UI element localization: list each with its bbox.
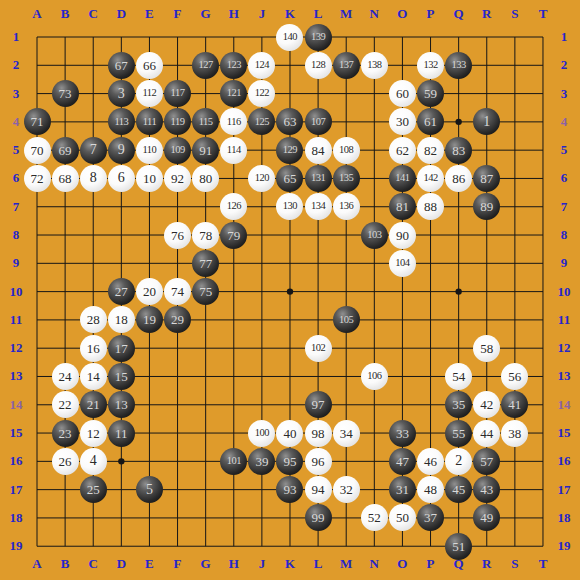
col-label-bottom-H: H: [229, 556, 239, 572]
stone-F5: 109: [164, 137, 191, 164]
stone-E5: 110: [136, 137, 163, 164]
row-label-right-7: 7: [561, 199, 568, 215]
stone-M15: 34: [333, 420, 360, 447]
row-label-left-12: 12: [10, 340, 23, 356]
col-label-top-T: T: [539, 6, 548, 22]
stone-L2: 128: [305, 52, 332, 79]
stone-G8: 78: [192, 222, 219, 249]
stone-C11: 28: [80, 306, 107, 333]
stone-R15: 44: [473, 420, 500, 447]
stone-G9: 77: [192, 250, 219, 277]
col-label-top-H: H: [229, 6, 239, 22]
stone-L4: 107: [305, 108, 332, 135]
col-label-top-M: M: [340, 6, 352, 22]
stone-L12: 102: [305, 335, 332, 362]
col-label-top-E: E: [145, 6, 154, 22]
stone-O5: 62: [389, 137, 416, 164]
row-label-right-1: 1: [561, 29, 568, 45]
col-label-bottom-E: E: [145, 556, 154, 572]
stone-C16: 4: [80, 448, 107, 475]
stone-K15: 40: [276, 420, 303, 447]
stone-F10: 74: [164, 278, 191, 305]
row-label-right-14: 14: [558, 397, 571, 413]
stone-F3: 117: [164, 80, 191, 107]
row-label-right-17: 17: [558, 482, 571, 498]
row-label-right-15: 15: [558, 425, 571, 441]
stone-D2: 67: [108, 52, 135, 79]
stone-H5: 114: [220, 137, 247, 164]
col-label-top-Q: Q: [454, 6, 464, 22]
stone-P3: 59: [417, 80, 444, 107]
stone-M2: 137: [333, 52, 360, 79]
stone-L5: 84: [305, 137, 332, 164]
stone-Q5: 83: [445, 137, 472, 164]
star-point-Q4: [455, 119, 461, 125]
row-label-left-9: 9: [13, 255, 20, 271]
col-label-bottom-B: B: [61, 556, 70, 572]
stone-F8: 76: [164, 222, 191, 249]
stone-A4: 71: [24, 108, 51, 135]
row-label-right-4: 4: [561, 114, 568, 130]
stone-L15: 98: [305, 420, 332, 447]
star-point-Q10: [455, 288, 461, 294]
row-label-left-3: 3: [13, 86, 20, 102]
row-label-right-19: 19: [558, 538, 571, 554]
stone-L14: 97: [305, 391, 332, 418]
stone-P5: 82: [417, 137, 444, 164]
stone-D15: 11: [108, 420, 135, 447]
row-label-left-11: 11: [10, 312, 22, 328]
stone-D4: 113: [108, 108, 135, 135]
col-label-bottom-P: P: [427, 556, 435, 572]
stone-C5: 7: [80, 137, 107, 164]
stone-D12: 17: [108, 335, 135, 362]
row-label-left-5: 5: [13, 142, 20, 158]
col-label-bottom-M: M: [340, 556, 352, 572]
row-label-left-8: 8: [13, 227, 20, 243]
stone-J15: 100: [248, 420, 275, 447]
stone-F6: 92: [164, 165, 191, 192]
col-label-top-C: C: [89, 6, 98, 22]
stone-S15: 38: [501, 420, 528, 447]
stone-B16: 26: [52, 448, 79, 475]
stone-L17: 94: [305, 476, 332, 503]
row-label-right-10: 10: [558, 284, 571, 300]
col-label-bottom-G: G: [201, 556, 211, 572]
col-label-top-R: R: [482, 6, 491, 22]
stone-H8: 79: [220, 222, 247, 249]
row-label-left-2: 2: [13, 57, 20, 73]
stone-N2: 138: [361, 52, 388, 79]
col-label-top-N: N: [370, 6, 379, 22]
col-label-bottom-T: T: [539, 556, 548, 572]
stone-D3: 3: [108, 80, 135, 107]
stone-Q2: 133: [445, 52, 472, 79]
stone-M5: 108: [333, 137, 360, 164]
stone-D6: 6: [108, 165, 135, 192]
row-label-right-3: 3: [561, 86, 568, 102]
row-label-left-7: 7: [13, 199, 20, 215]
row-label-left-1: 1: [13, 29, 20, 45]
col-label-top-L: L: [314, 6, 323, 22]
row-label-right-9: 9: [561, 255, 568, 271]
row-label-left-6: 6: [13, 170, 20, 186]
stone-B15: 23: [52, 420, 79, 447]
col-label-top-B: B: [61, 6, 70, 22]
stone-O3: 60: [389, 80, 416, 107]
stone-Q15: 55: [445, 420, 472, 447]
stone-O17: 31: [389, 476, 416, 503]
stone-O7: 81: [389, 193, 416, 220]
stone-Q6: 86: [445, 165, 472, 192]
row-label-right-13: 13: [558, 368, 571, 384]
row-label-left-18: 18: [10, 510, 23, 526]
stone-D13: 15: [108, 363, 135, 390]
stone-L18: 99: [305, 504, 332, 531]
stone-D10: 27: [108, 278, 135, 305]
row-label-left-14: 14: [10, 397, 23, 413]
stone-B13: 24: [52, 363, 79, 390]
stone-O9: 104: [389, 250, 416, 277]
row-label-right-16: 16: [558, 453, 571, 469]
row-label-left-19: 19: [10, 538, 23, 554]
row-label-left-15: 15: [10, 425, 23, 441]
col-label-bottom-S: S: [511, 556, 518, 572]
stone-E10: 20: [136, 278, 163, 305]
row-label-left-10: 10: [10, 284, 23, 300]
col-label-bottom-L: L: [314, 556, 323, 572]
stone-C13: 14: [80, 363, 107, 390]
stone-E17: 5: [136, 476, 163, 503]
row-label-left-16: 16: [10, 453, 23, 469]
stone-C17: 25: [80, 476, 107, 503]
stone-R6: 87: [473, 165, 500, 192]
stone-K5: 129: [276, 137, 303, 164]
stone-E6: 10: [136, 165, 163, 192]
stone-G6: 80: [192, 165, 219, 192]
col-label-top-K: K: [285, 6, 295, 22]
stone-D5: 9: [108, 137, 135, 164]
col-label-bottom-O: O: [397, 556, 407, 572]
row-label-right-18: 18: [558, 510, 571, 526]
col-label-top-A: A: [32, 6, 41, 22]
stone-A5: 70: [24, 137, 51, 164]
col-label-top-S: S: [511, 6, 518, 22]
row-label-right-12: 12: [558, 340, 571, 356]
stone-B14: 22: [52, 391, 79, 418]
row-label-right-6: 6: [561, 170, 568, 186]
stone-H16: 101: [220, 448, 247, 475]
stone-E3: 112: [136, 80, 163, 107]
stone-O16: 47: [389, 448, 416, 475]
row-label-left-13: 13: [10, 368, 23, 384]
col-label-bottom-A: A: [32, 556, 41, 572]
stone-C12: 16: [80, 335, 107, 362]
row-label-right-8: 8: [561, 227, 568, 243]
stone-R12: 58: [473, 335, 500, 362]
stone-O15: 33: [389, 420, 416, 447]
stone-B6: 68: [52, 165, 79, 192]
stone-P17: 48: [417, 476, 444, 503]
stone-J2: 124: [248, 52, 275, 79]
stone-B5: 69: [52, 137, 79, 164]
stone-K1: 140: [276, 24, 303, 51]
stone-Q16: 2: [445, 448, 472, 475]
stone-H2: 123: [220, 52, 247, 79]
stone-M17: 32: [333, 476, 360, 503]
stone-N13: 106: [361, 363, 388, 390]
row-label-right-11: 11: [558, 312, 570, 328]
stone-Q19: 51: [445, 533, 472, 560]
col-label-top-G: G: [201, 6, 211, 22]
row-label-left-17: 17: [10, 482, 23, 498]
col-label-top-D: D: [117, 6, 126, 22]
col-label-bottom-D: D: [117, 556, 126, 572]
stone-P6: 142: [417, 165, 444, 192]
stone-L6: 131: [305, 165, 332, 192]
stone-C14: 21: [80, 391, 107, 418]
row-label-right-2: 2: [561, 57, 568, 73]
col-label-bottom-C: C: [89, 556, 98, 572]
stone-C15: 12: [80, 420, 107, 447]
stone-G2: 127: [192, 52, 219, 79]
stone-P2: 132: [417, 52, 444, 79]
row-label-left-4: 4: [13, 114, 20, 130]
col-label-bottom-F: F: [174, 556, 182, 572]
stone-C6: 8: [80, 165, 107, 192]
stone-E2: 66: [136, 52, 163, 79]
col-label-top-J: J: [259, 6, 266, 22]
stone-O8: 90: [389, 222, 416, 249]
stone-M7: 136: [333, 193, 360, 220]
col-label-top-O: O: [397, 6, 407, 22]
col-label-bottom-K: K: [285, 556, 295, 572]
stone-M6: 135: [333, 165, 360, 192]
stone-B3: 73: [52, 80, 79, 107]
star-point-D16: [118, 458, 124, 464]
go-game-diagram: ABCDEFGHJKLMNOPQRST ABCDEFGHJKLMNOPQRST …: [0, 0, 580, 580]
col-label-bottom-J: J: [259, 556, 266, 572]
stone-A6: 72: [24, 165, 51, 192]
stone-P16: 46: [417, 448, 444, 475]
stone-L1: 139: [305, 24, 332, 51]
stone-Q13: 54: [445, 363, 472, 390]
col-label-top-P: P: [427, 6, 435, 22]
row-label-right-5: 5: [561, 142, 568, 158]
stone-G5: 91: [192, 137, 219, 164]
col-label-bottom-N: N: [370, 556, 379, 572]
stone-M11: 105: [333, 306, 360, 333]
col-label-bottom-R: R: [482, 556, 491, 572]
stone-D14: 13: [108, 391, 135, 418]
col-label-top-F: F: [174, 6, 182, 22]
stone-L16: 96: [305, 448, 332, 475]
stone-N8: 103: [361, 222, 388, 249]
stone-L7: 134: [305, 193, 332, 220]
stone-O6: 141: [389, 165, 416, 192]
star-point-K10: [287, 288, 293, 294]
stone-R16: 57: [473, 448, 500, 475]
